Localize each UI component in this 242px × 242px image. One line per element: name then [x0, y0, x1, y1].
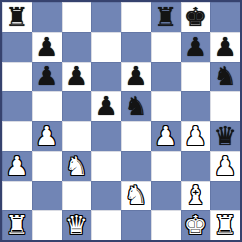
square-d5[interactable]: ♟ [91, 91, 121, 121]
piece-black-pawn[interactable]: ♟ [35, 63, 58, 89]
piece-white-king[interactable]: ♚ [184, 212, 207, 238]
piece-white-knight[interactable]: ♞ [124, 182, 147, 208]
square-b1[interactable] [32, 210, 62, 240]
piece-white-pawn[interactable]: ♟ [184, 123, 207, 149]
square-g4[interactable]: ♟ [181, 121, 211, 151]
piece-black-pawn[interactable]: ♟ [184, 34, 207, 60]
piece-white-pawn[interactable]: ♟ [35, 123, 58, 149]
square-h7[interactable]: ♟ [210, 32, 240, 62]
square-c1[interactable]: ♛ [62, 210, 92, 240]
piece-black-queen[interactable]: ♛ [213, 123, 236, 149]
square-b7[interactable]: ♟ [32, 32, 62, 62]
square-a5[interactable] [2, 91, 32, 121]
square-g7[interactable]: ♟ [181, 32, 211, 62]
piece-white-pawn[interactable]: ♟ [213, 153, 236, 179]
square-a3[interactable]: ♟ [2, 151, 32, 181]
square-c2[interactable] [62, 181, 92, 211]
square-h3[interactable]: ♟ [210, 151, 240, 181]
piece-white-pawn[interactable]: ♟ [5, 153, 28, 179]
piece-black-pawn[interactable]: ♟ [124, 63, 147, 89]
square-g2[interactable]: ♝ [181, 181, 211, 211]
piece-black-rook[interactable]: ♜ [5, 4, 28, 30]
piece-white-rook[interactable]: ♜ [213, 212, 236, 238]
square-c5[interactable] [62, 91, 92, 121]
square-c6[interactable]: ♟ [62, 62, 92, 92]
piece-black-king[interactable]: ♚ [184, 4, 207, 30]
chess-board-frame: ♜♜♚♟♟♟♟♟♟♞♟♞♟♟♟♛♟♞♟♞♝♜♛♚♜ [0, 0, 242, 242]
piece-black-pawn[interactable]: ♟ [94, 93, 117, 119]
square-e3[interactable] [121, 151, 151, 181]
square-f8[interactable]: ♜ [151, 2, 181, 32]
piece-white-rook[interactable]: ♜ [5, 212, 28, 238]
square-e6[interactable]: ♟ [121, 62, 151, 92]
piece-white-queen[interactable]: ♛ [65, 212, 88, 238]
square-d6[interactable] [91, 62, 121, 92]
square-a6[interactable] [2, 62, 32, 92]
square-e5[interactable]: ♞ [121, 91, 151, 121]
piece-black-knight[interactable]: ♞ [213, 63, 236, 89]
square-c8[interactable] [62, 2, 92, 32]
square-c3[interactable]: ♞ [62, 151, 92, 181]
square-f6[interactable] [151, 62, 181, 92]
square-f3[interactable] [151, 151, 181, 181]
square-e8[interactable] [121, 2, 151, 32]
square-h5[interactable] [210, 91, 240, 121]
square-h2[interactable] [210, 181, 240, 211]
square-h1[interactable]: ♜ [210, 210, 240, 240]
square-b8[interactable] [32, 2, 62, 32]
square-g8[interactable]: ♚ [181, 2, 211, 32]
square-g5[interactable] [181, 91, 211, 121]
square-c7[interactable] [62, 32, 92, 62]
square-b6[interactable]: ♟ [32, 62, 62, 92]
square-g6[interactable] [181, 62, 211, 92]
square-e7[interactable] [121, 32, 151, 62]
piece-black-knight[interactable]: ♞ [124, 93, 147, 119]
square-b4[interactable]: ♟ [32, 121, 62, 151]
square-g1[interactable]: ♚ [181, 210, 211, 240]
square-a4[interactable] [2, 121, 32, 151]
square-h6[interactable]: ♞ [210, 62, 240, 92]
square-a2[interactable] [2, 181, 32, 211]
square-b5[interactable] [32, 91, 62, 121]
piece-white-knight[interactable]: ♞ [65, 153, 88, 179]
square-a1[interactable]: ♜ [2, 210, 32, 240]
square-d8[interactable] [91, 2, 121, 32]
square-e1[interactable] [121, 210, 151, 240]
square-d7[interactable] [91, 32, 121, 62]
square-a8[interactable]: ♜ [2, 2, 32, 32]
square-b2[interactable] [32, 181, 62, 211]
square-f5[interactable] [151, 91, 181, 121]
square-a7[interactable] [2, 32, 32, 62]
square-d2[interactable] [91, 181, 121, 211]
square-f1[interactable] [151, 210, 181, 240]
piece-black-rook[interactable]: ♜ [154, 4, 177, 30]
square-g3[interactable] [181, 151, 211, 181]
square-c4[interactable] [62, 121, 92, 151]
square-h8[interactable] [210, 2, 240, 32]
square-e2[interactable]: ♞ [121, 181, 151, 211]
square-f2[interactable] [151, 181, 181, 211]
piece-white-bishop[interactable]: ♝ [184, 182, 207, 208]
square-b3[interactable] [32, 151, 62, 181]
square-d1[interactable] [91, 210, 121, 240]
square-f4[interactable]: ♟ [151, 121, 181, 151]
chess-board: ♜♜♚♟♟♟♟♟♟♞♟♞♟♟♟♛♟♞♟♞♝♜♛♚♜ [2, 2, 240, 240]
square-f7[interactable] [151, 32, 181, 62]
piece-black-pawn[interactable]: ♟ [65, 63, 88, 89]
square-d3[interactable] [91, 151, 121, 181]
piece-black-pawn[interactable]: ♟ [35, 34, 58, 60]
piece-white-pawn[interactable]: ♟ [154, 123, 177, 149]
square-d4[interactable] [91, 121, 121, 151]
square-e4[interactable] [121, 121, 151, 151]
piece-black-pawn[interactable]: ♟ [213, 34, 236, 60]
square-h4[interactable]: ♛ [210, 121, 240, 151]
